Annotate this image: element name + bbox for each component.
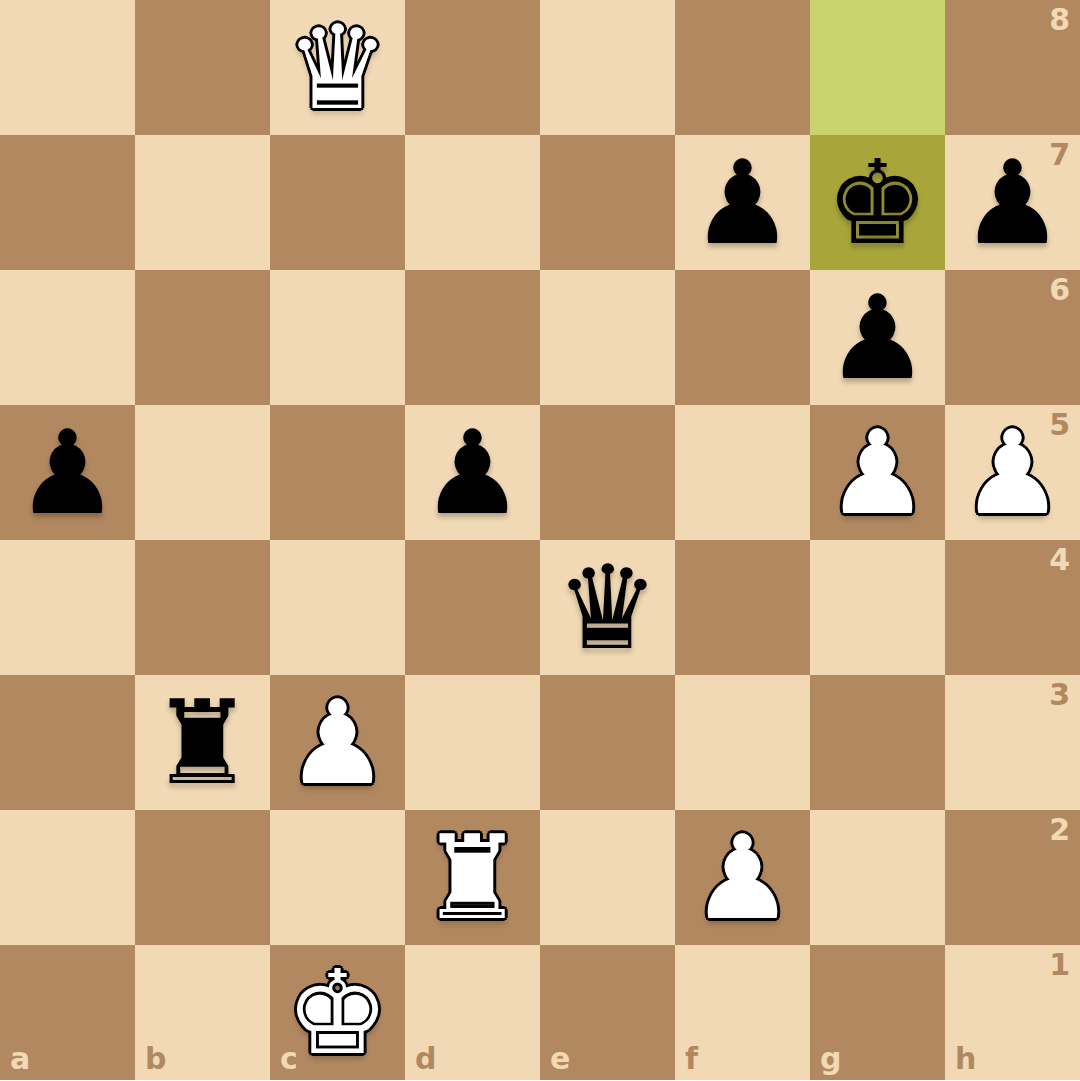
square-d8[interactable] (405, 0, 540, 135)
file-label-h: h (955, 1041, 976, 1076)
square-b6[interactable] (135, 270, 270, 405)
square-h7[interactable]: 7♟ (945, 135, 1080, 270)
square-c5[interactable] (270, 405, 405, 540)
square-h8[interactable]: 8 (945, 0, 1080, 135)
square-e3[interactable] (540, 675, 675, 810)
chess-board: ♛8♟♚7♟♟6♟♟♟5♟♛4♜♟3♜♟2abc♚defg1h (0, 0, 1080, 1080)
square-e2[interactable] (540, 810, 675, 945)
square-h3[interactable]: 3 (945, 675, 1080, 810)
square-a5[interactable]: ♟ (0, 405, 135, 540)
piece-black-pawn[interactable]: ♟ (405, 405, 540, 540)
square-h6[interactable]: 6 (945, 270, 1080, 405)
square-g7[interactable]: ♚ (810, 135, 945, 270)
rank-label-1: 1 (1049, 947, 1070, 982)
file-label-e: e (550, 1041, 570, 1076)
square-h4[interactable]: 4 (945, 540, 1080, 675)
rank-label-3: 3 (1049, 677, 1070, 712)
square-f3[interactable] (675, 675, 810, 810)
square-b1[interactable]: b (135, 945, 270, 1080)
square-g3[interactable] (810, 675, 945, 810)
square-e7[interactable] (540, 135, 675, 270)
square-d2[interactable]: ♜ (405, 810, 540, 945)
square-d5[interactable]: ♟ (405, 405, 540, 540)
square-f8[interactable] (675, 0, 810, 135)
piece-black-queen[interactable]: ♛ (540, 540, 675, 675)
square-f4[interactable] (675, 540, 810, 675)
piece-black-pawn[interactable]: ♟ (945, 135, 1080, 270)
piece-white-pawn[interactable]: ♟ (810, 405, 945, 540)
square-h5[interactable]: 5♟ (945, 405, 1080, 540)
rank-label-4: 4 (1049, 542, 1070, 577)
square-h2[interactable]: 2 (945, 810, 1080, 945)
square-b8[interactable] (135, 0, 270, 135)
square-d1[interactable]: d (405, 945, 540, 1080)
square-c2[interactable] (270, 810, 405, 945)
piece-black-rook[interactable]: ♜ (135, 675, 270, 810)
square-g2[interactable] (810, 810, 945, 945)
square-b2[interactable] (135, 810, 270, 945)
piece-black-pawn[interactable]: ♟ (810, 270, 945, 405)
piece-white-pawn[interactable]: ♟ (675, 810, 810, 945)
square-g5[interactable]: ♟ (810, 405, 945, 540)
square-b5[interactable] (135, 405, 270, 540)
square-a2[interactable] (0, 810, 135, 945)
square-a8[interactable] (0, 0, 135, 135)
square-c1[interactable]: c♚ (270, 945, 405, 1080)
file-label-d: d (415, 1041, 436, 1076)
square-b3[interactable]: ♜ (135, 675, 270, 810)
square-g6[interactable]: ♟ (810, 270, 945, 405)
square-d7[interactable] (405, 135, 540, 270)
square-g4[interactable] (810, 540, 945, 675)
square-c3[interactable]: ♟ (270, 675, 405, 810)
square-f5[interactable] (675, 405, 810, 540)
square-c6[interactable] (270, 270, 405, 405)
piece-white-pawn[interactable]: ♟ (945, 405, 1080, 540)
square-d3[interactable] (405, 675, 540, 810)
square-e4[interactable]: ♛ (540, 540, 675, 675)
square-a7[interactable] (0, 135, 135, 270)
square-a1[interactable]: a (0, 945, 135, 1080)
square-d6[interactable] (405, 270, 540, 405)
square-e8[interactable] (540, 0, 675, 135)
square-a6[interactable] (0, 270, 135, 405)
square-d4[interactable] (405, 540, 540, 675)
piece-white-king[interactable]: ♚ (270, 945, 405, 1080)
rank-label-6: 6 (1049, 272, 1070, 307)
square-b7[interactable] (135, 135, 270, 270)
square-f1[interactable]: f (675, 945, 810, 1080)
file-label-b: b (145, 1041, 166, 1076)
piece-white-pawn[interactable]: ♟ (270, 675, 405, 810)
rank-label-2: 2 (1049, 812, 1070, 847)
piece-black-king[interactable]: ♚ (810, 135, 945, 270)
square-f6[interactable] (675, 270, 810, 405)
square-e6[interactable] (540, 270, 675, 405)
square-f7[interactable]: ♟ (675, 135, 810, 270)
piece-white-rook[interactable]: ♜ (405, 810, 540, 945)
file-label-g: g (820, 1041, 841, 1076)
square-c8[interactable]: ♛ (270, 0, 405, 135)
square-c4[interactable] (270, 540, 405, 675)
square-e1[interactable]: e (540, 945, 675, 1080)
square-g1[interactable]: g (810, 945, 945, 1080)
piece-black-pawn[interactable]: ♟ (0, 405, 135, 540)
square-b4[interactable] (135, 540, 270, 675)
rank-label-8: 8 (1049, 2, 1070, 37)
square-e5[interactable] (540, 405, 675, 540)
file-label-a: a (10, 1041, 30, 1076)
square-h1[interactable]: 1h (945, 945, 1080, 1080)
square-g8[interactable] (810, 0, 945, 135)
file-label-f: f (685, 1041, 698, 1076)
square-f2[interactable]: ♟ (675, 810, 810, 945)
square-a4[interactable] (0, 540, 135, 675)
piece-white-queen[interactable]: ♛ (270, 0, 405, 135)
square-a3[interactable] (0, 675, 135, 810)
piece-black-pawn[interactable]: ♟ (675, 135, 810, 270)
square-c7[interactable] (270, 135, 405, 270)
